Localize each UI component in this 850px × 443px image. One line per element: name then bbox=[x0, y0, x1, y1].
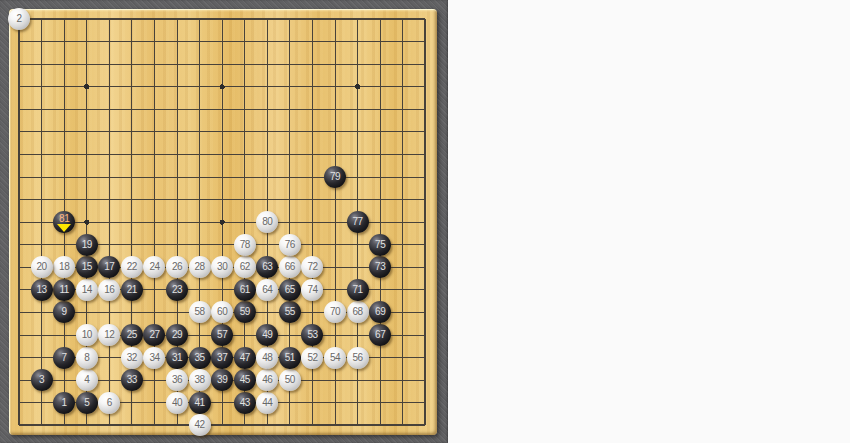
stone-black-33: 33 bbox=[121, 369, 143, 391]
stone-white-52: 52 bbox=[301, 347, 323, 369]
move-number: 17 bbox=[98, 256, 120, 278]
move-number: 63 bbox=[256, 256, 278, 278]
stone-white-54: 54 bbox=[324, 347, 346, 369]
stone-white-18: 18 bbox=[53, 256, 75, 278]
move-number: 18 bbox=[53, 256, 75, 278]
stone-black-19: 19 bbox=[76, 234, 98, 256]
move-number: 38 bbox=[189, 369, 211, 391]
stone-black-1: 1 bbox=[53, 392, 75, 414]
move-number: 73 bbox=[369, 256, 391, 278]
stone-black-31: 31 bbox=[166, 347, 188, 369]
move-number: 23 bbox=[166, 279, 188, 301]
move-number: 56 bbox=[347, 347, 369, 369]
move-number: 22 bbox=[121, 256, 143, 278]
star-point bbox=[355, 84, 360, 89]
stone-black-13: 13 bbox=[31, 279, 53, 301]
stone-white-66: 66 bbox=[279, 256, 301, 278]
star-point bbox=[220, 84, 225, 89]
stone-white-80: 80 bbox=[256, 211, 278, 233]
move-number: 30 bbox=[211, 256, 233, 278]
move-number: 42 bbox=[189, 414, 211, 436]
last-move-triangle-icon bbox=[57, 224, 71, 232]
stone-black-3: 3 bbox=[31, 369, 53, 391]
move-number: 36 bbox=[166, 369, 188, 391]
stone-white-74: 74 bbox=[301, 279, 323, 301]
move-number: 9 bbox=[53, 301, 75, 323]
stone-black-55: 55 bbox=[279, 301, 301, 323]
stone-black-15: 15 bbox=[76, 256, 98, 278]
stone-white-8: 8 bbox=[76, 347, 98, 369]
stone-black-63: 63 bbox=[256, 256, 278, 278]
move-number: 24 bbox=[143, 256, 165, 278]
stone-black-27: 27 bbox=[143, 324, 165, 346]
stone-white-36: 36 bbox=[166, 369, 188, 391]
stone-black-43: 43 bbox=[234, 392, 256, 414]
stone-white-22: 22 bbox=[121, 256, 143, 278]
move-number: 26 bbox=[166, 256, 188, 278]
stone-black-69: 69 bbox=[369, 301, 391, 323]
stone-white-4: 4 bbox=[76, 369, 98, 391]
move-number: 29 bbox=[166, 324, 188, 346]
move-number: 13 bbox=[31, 279, 53, 301]
move-number: 48 bbox=[256, 347, 278, 369]
move-number: 68 bbox=[347, 301, 369, 323]
star-point bbox=[84, 220, 89, 225]
move-number: 51 bbox=[279, 347, 301, 369]
stone-black-35: 35 bbox=[189, 347, 211, 369]
stone-black-77: 77 bbox=[347, 211, 369, 233]
move-number: 65 bbox=[279, 279, 301, 301]
move-number: 71 bbox=[347, 279, 369, 301]
board-window-frame: 1234567891011121314151617181920212223242… bbox=[0, 0, 448, 443]
move-number: 74 bbox=[301, 279, 323, 301]
stone-black-5: 5 bbox=[76, 392, 98, 414]
move-number: 79 bbox=[324, 166, 346, 188]
stone-black-25: 25 bbox=[121, 324, 143, 346]
move-number: 3 bbox=[31, 369, 53, 391]
stone-black-45: 45 bbox=[234, 369, 256, 391]
stone-black-9: 9 bbox=[53, 301, 75, 323]
move-number: 59 bbox=[234, 301, 256, 323]
stone-white-70: 70 bbox=[324, 301, 346, 323]
stone-white-30: 30 bbox=[211, 256, 233, 278]
stone-white-34: 34 bbox=[143, 347, 165, 369]
move-number: 7 bbox=[53, 347, 75, 369]
stone-black-11: 11 bbox=[53, 279, 75, 301]
stone-black-67: 67 bbox=[369, 324, 391, 346]
stone-white-40: 40 bbox=[166, 392, 188, 414]
move-number: 66 bbox=[279, 256, 301, 278]
stone-white-10: 10 bbox=[76, 324, 98, 346]
move-number: 53 bbox=[301, 324, 323, 346]
move-number: 55 bbox=[279, 301, 301, 323]
move-number: 69 bbox=[369, 301, 391, 323]
stone-white-60: 60 bbox=[211, 301, 233, 323]
move-number: 28 bbox=[189, 256, 211, 278]
stone-white-38: 38 bbox=[189, 369, 211, 391]
stone-black-57: 57 bbox=[211, 324, 233, 346]
stone-white-76: 76 bbox=[279, 234, 301, 256]
move-number: 44 bbox=[256, 392, 278, 414]
move-number: 15 bbox=[76, 256, 98, 278]
stone-black-49: 49 bbox=[256, 324, 278, 346]
move-number: 50 bbox=[279, 369, 301, 391]
move-number: 5 bbox=[76, 392, 98, 414]
stone-white-32: 32 bbox=[121, 347, 143, 369]
stone-black-65: 65 bbox=[279, 279, 301, 301]
move-number: 19 bbox=[76, 234, 98, 256]
stone-black-29: 29 bbox=[166, 324, 188, 346]
stone-white-56: 56 bbox=[347, 347, 369, 369]
move-number: 34 bbox=[143, 347, 165, 369]
move-number: 75 bbox=[369, 234, 391, 256]
move-number: 45 bbox=[234, 369, 256, 391]
stone-white-42: 42 bbox=[189, 414, 211, 436]
stone-white-78: 78 bbox=[234, 234, 256, 256]
stone-black-75: 75 bbox=[369, 234, 391, 256]
move-number: 6 bbox=[98, 392, 120, 414]
move-number: 14 bbox=[76, 279, 98, 301]
move-number: 33 bbox=[121, 369, 143, 391]
stone-black-39: 39 bbox=[211, 369, 233, 391]
move-number: 40 bbox=[166, 392, 188, 414]
stone-white-6: 6 bbox=[98, 392, 120, 414]
stone-white-68: 68 bbox=[347, 301, 369, 323]
move-number: 31 bbox=[166, 347, 188, 369]
move-number: 62 bbox=[234, 256, 256, 278]
stone-white-72: 72 bbox=[301, 256, 323, 278]
stone-black-7: 7 bbox=[53, 347, 75, 369]
stone-white-48: 48 bbox=[256, 347, 278, 369]
stone-black-79: 79 bbox=[324, 166, 346, 188]
move-number: 72 bbox=[301, 256, 323, 278]
move-number: 8 bbox=[76, 347, 98, 369]
stone-white-12: 12 bbox=[98, 324, 120, 346]
move-number: 20 bbox=[31, 256, 53, 278]
stone-black-59: 59 bbox=[234, 301, 256, 323]
move-number: 12 bbox=[98, 324, 120, 346]
move-number: 2 bbox=[8, 8, 30, 30]
move-number: 11 bbox=[53, 279, 75, 301]
move-number: 60 bbox=[211, 301, 233, 323]
move-number: 77 bbox=[347, 211, 369, 233]
stone-black-51: 51 bbox=[279, 347, 301, 369]
go-board[interactable]: 1234567891011121314151617181920212223242… bbox=[9, 9, 437, 435]
move-number: 25 bbox=[121, 324, 143, 346]
move-number: 54 bbox=[324, 347, 346, 369]
stone-black-21: 21 bbox=[121, 279, 143, 301]
stone-black-37: 37 bbox=[211, 347, 233, 369]
move-number: 32 bbox=[121, 347, 143, 369]
move-number: 1 bbox=[53, 392, 75, 414]
screenshot-canvas: 1234567891011121314151617181920212223242… bbox=[0, 0, 850, 443]
stone-white-2: 2 bbox=[8, 8, 30, 30]
move-number: 70 bbox=[324, 301, 346, 323]
stone-white-14: 14 bbox=[76, 279, 98, 301]
stone-white-24: 24 bbox=[143, 256, 165, 278]
move-number: 58 bbox=[189, 301, 211, 323]
move-number: 16 bbox=[98, 279, 120, 301]
move-number: 80 bbox=[256, 211, 278, 233]
stone-black-73: 73 bbox=[369, 256, 391, 278]
move-number: 64 bbox=[256, 279, 278, 301]
stone-white-58: 58 bbox=[189, 301, 211, 323]
stone-white-28: 28 bbox=[189, 256, 211, 278]
move-number: 76 bbox=[279, 234, 301, 256]
move-number: 49 bbox=[256, 324, 278, 346]
move-number: 57 bbox=[211, 324, 233, 346]
move-number: 41 bbox=[189, 392, 211, 414]
move-number: 78 bbox=[234, 234, 256, 256]
stone-white-50: 50 bbox=[279, 369, 301, 391]
move-number: 21 bbox=[121, 279, 143, 301]
move-number: 43 bbox=[234, 392, 256, 414]
star-point bbox=[84, 84, 89, 89]
move-number: 4 bbox=[76, 369, 98, 391]
move-number: 39 bbox=[211, 369, 233, 391]
stone-black-53: 53 bbox=[301, 324, 323, 346]
stone-black-81: 81 bbox=[53, 211, 75, 233]
stone-white-46: 46 bbox=[256, 369, 278, 391]
stone-black-23: 23 bbox=[166, 279, 188, 301]
stone-white-44: 44 bbox=[256, 392, 278, 414]
stone-white-16: 16 bbox=[98, 279, 120, 301]
move-number: 61 bbox=[234, 279, 256, 301]
stone-black-47: 47 bbox=[234, 347, 256, 369]
move-number: 52 bbox=[301, 347, 323, 369]
stone-white-20: 20 bbox=[31, 256, 53, 278]
move-number: 46 bbox=[256, 369, 278, 391]
stone-white-64: 64 bbox=[256, 279, 278, 301]
move-number: 35 bbox=[189, 347, 211, 369]
stone-black-61: 61 bbox=[234, 279, 256, 301]
move-number: 47 bbox=[234, 347, 256, 369]
stone-white-62: 62 bbox=[234, 256, 256, 278]
move-number: 27 bbox=[143, 324, 165, 346]
stone-black-17: 17 bbox=[98, 256, 120, 278]
star-point bbox=[220, 220, 225, 225]
move-number: 10 bbox=[76, 324, 98, 346]
stone-white-26: 26 bbox=[166, 256, 188, 278]
move-number: 37 bbox=[211, 347, 233, 369]
stone-black-41: 41 bbox=[189, 392, 211, 414]
move-number: 67 bbox=[369, 324, 391, 346]
stone-black-71: 71 bbox=[347, 279, 369, 301]
